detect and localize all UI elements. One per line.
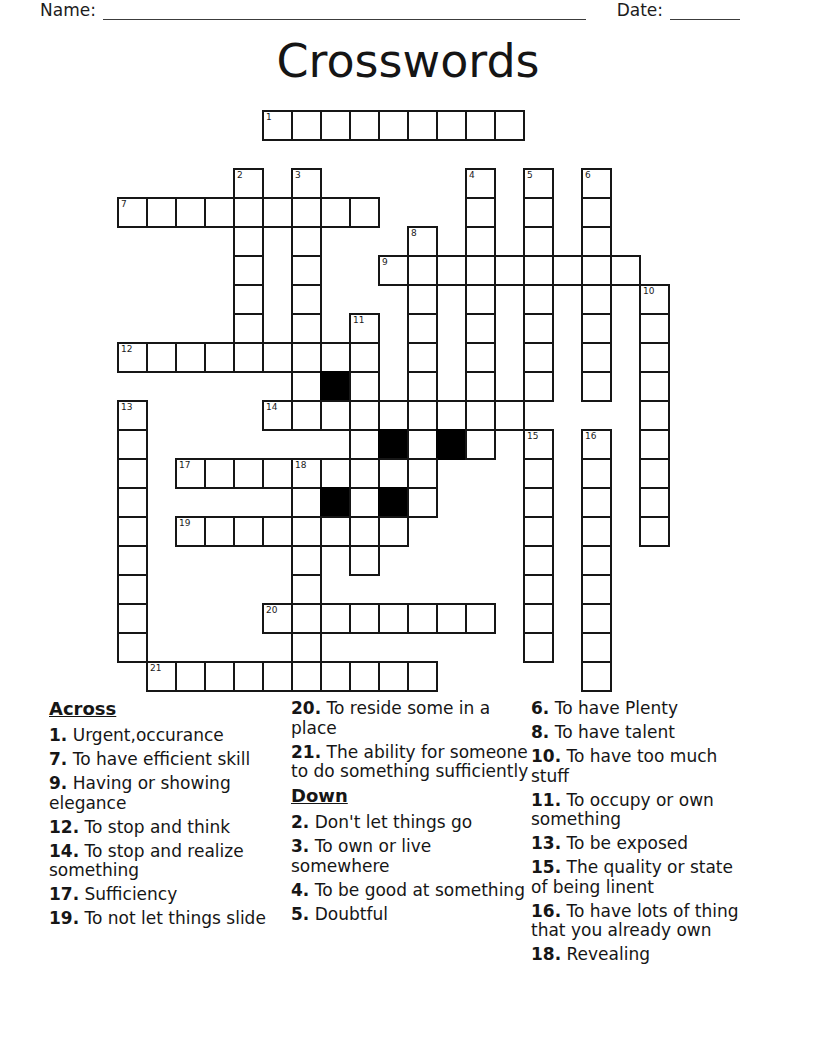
grid-cell[interactable] <box>117 458 148 489</box>
grid-cell[interactable]: 15 <box>523 429 554 460</box>
clue-item-text: Having or showing elegance <box>49 773 231 813</box>
clue-down-10: 10. To have too much stuff <box>531 747 753 786</box>
date-fill-line[interactable] <box>670 4 740 20</box>
grid-cell[interactable] <box>349 487 380 518</box>
clue-down-3: 3. To own or live somewhere <box>291 837 531 876</box>
clue-item-text: To own or live somewhere <box>291 836 431 876</box>
grid-cell[interactable] <box>291 545 322 576</box>
page-title: Crosswords <box>0 33 816 89</box>
clue-item-text: Urgent,occurance <box>67 725 224 745</box>
grid-cell[interactable] <box>523 516 554 547</box>
clue-number: 15 <box>527 431 538 442</box>
grid-cell[interactable] <box>465 400 496 431</box>
grid-cell[interactable] <box>349 603 380 634</box>
grid-cell[interactable] <box>639 516 670 547</box>
clue-item-number: 15. <box>531 857 561 877</box>
clue-item-text: To not let things slide <box>79 908 266 928</box>
black-cell <box>320 487 351 518</box>
grid-cell[interactable] <box>320 516 351 547</box>
grid-cell[interactable] <box>349 516 380 547</box>
clue-item-number: 21. <box>291 742 321 762</box>
grid-cell[interactable] <box>117 429 148 460</box>
grid-cell[interactable] <box>175 661 206 692</box>
name-label: Name: <box>40 1 96 20</box>
grid-cell[interactable] <box>639 429 670 460</box>
grid-cell[interactable] <box>639 371 670 402</box>
clue-number: 6 <box>585 170 591 181</box>
clue-down-11: 11. To occupy or own something <box>531 791 753 830</box>
clue-across-21: 21. The ability for someone to do someth… <box>291 743 531 782</box>
clue-item-text: To reside some in a place <box>291 698 490 738</box>
clue-column-middle: 20. To reside some in a place21. The abi… <box>291 699 531 929</box>
grid-cell[interactable] <box>320 603 351 634</box>
clue-across-17: 17. Sufficiency <box>49 885 287 905</box>
grid-cell[interactable] <box>407 400 438 431</box>
grid-cell[interactable] <box>581 516 612 547</box>
grid-cell[interactable] <box>639 458 670 489</box>
clue-number: 20 <box>266 605 277 616</box>
clue-item-number: 5. <box>291 904 309 924</box>
grid-cell[interactable] <box>465 371 496 402</box>
crossword-worksheet: { "game": "crossword", "header": { "name… <box>0 0 816 1056</box>
clue-across-12: 12. To stop and think <box>49 818 287 838</box>
grid-cell[interactable] <box>465 429 496 460</box>
grid-cell[interactable]: 10 <box>639 284 670 315</box>
clue-item-number: 19. <box>49 908 79 928</box>
clue-number: 4 <box>469 170 475 181</box>
grid-cell[interactable] <box>233 313 264 344</box>
clue-item-text: Don't let things go <box>309 812 472 832</box>
grid-cell[interactable] <box>291 226 322 257</box>
grid-cell[interactable] <box>581 313 612 344</box>
grid-cell[interactable]: 17 <box>175 458 206 489</box>
grid-cell[interactable] <box>117 603 148 634</box>
grid-cell[interactable] <box>465 313 496 344</box>
black-cell <box>436 429 467 460</box>
grid-cell[interactable] <box>465 603 496 634</box>
grid-cell[interactable] <box>291 255 322 286</box>
grid-cell[interactable] <box>523 313 554 344</box>
grid-cell[interactable] <box>378 110 409 141</box>
grid-cell[interactable] <box>291 400 322 431</box>
grid-cell[interactable] <box>233 342 264 373</box>
grid-cell[interactable] <box>349 400 380 431</box>
grid-cell[interactable] <box>407 313 438 344</box>
grid-cell[interactable]: 5 <box>523 168 554 199</box>
grid-cell[interactable] <box>117 545 148 576</box>
grid-cell[interactable] <box>233 255 264 286</box>
clue-item-number: 17. <box>49 884 79 904</box>
clue-item-number: 14. <box>49 841 79 861</box>
clue-item-text: To be exposed <box>561 833 688 853</box>
clue-item-number: 20. <box>291 698 321 718</box>
clue-number: 16 <box>585 431 596 442</box>
clue-number: 12 <box>121 344 132 355</box>
grid-cell[interactable] <box>407 458 438 489</box>
clue-down-16: 16. To have lots of thing that you alrea… <box>531 902 753 941</box>
clue-item-number: 1. <box>49 725 67 745</box>
clue-number: 10 <box>643 286 654 297</box>
clue-column-across: Across 1. Urgent,occurance7. To have eff… <box>49 699 287 933</box>
grid-cell[interactable] <box>523 545 554 576</box>
grid-cell[interactable] <box>523 632 554 663</box>
grid-cell[interactable] <box>407 110 438 141</box>
grid-cell[interactable] <box>552 255 583 286</box>
clue-item-number: 18. <box>531 944 561 964</box>
grid-cell[interactable] <box>320 197 351 228</box>
grid-cell[interactable] <box>407 284 438 315</box>
grid-cell[interactable] <box>436 110 467 141</box>
grid-cell[interactable] <box>349 429 380 460</box>
grid-cell[interactable]: 9 <box>378 255 409 286</box>
down-heading: Down <box>291 786 531 806</box>
grid-cell[interactable] <box>320 400 351 431</box>
clue-down-2: 2. Don't let things go <box>291 813 531 833</box>
grid-cell[interactable] <box>291 516 322 547</box>
grid-cell[interactable] <box>523 603 554 634</box>
grid-cell[interactable] <box>204 197 235 228</box>
grid-cell[interactable] <box>523 197 554 228</box>
grid-cell[interactable] <box>465 226 496 257</box>
clue-item-number: 13. <box>531 833 561 853</box>
grid-cell[interactable] <box>204 661 235 692</box>
grid-cell[interactable] <box>291 313 322 344</box>
grid-cell[interactable]: 19 <box>175 516 206 547</box>
grid-cell[interactable] <box>436 400 467 431</box>
grid-cell[interactable] <box>349 545 380 576</box>
grid-cell[interactable] <box>117 632 148 663</box>
grid-cell[interactable] <box>349 371 380 402</box>
grid-cell[interactable] <box>291 632 322 663</box>
grid-cell[interactable] <box>233 197 264 228</box>
grid-cell[interactable] <box>523 226 554 257</box>
grid-cell[interactable]: 13 <box>117 400 148 431</box>
grid-cell[interactable] <box>233 284 264 315</box>
clue-item-text: To have lots of thing that you already o… <box>531 901 739 941</box>
clue-number: 8 <box>411 228 417 239</box>
grid-cell[interactable] <box>349 661 380 692</box>
clue-number: 18 <box>295 460 306 471</box>
grid-cell[interactable] <box>204 342 235 373</box>
grid-cell[interactable] <box>581 255 612 286</box>
grid-cell[interactable] <box>320 110 351 141</box>
clue-item-number: 7. <box>49 749 67 769</box>
grid-cell[interactable] <box>581 197 612 228</box>
grid-cell[interactable] <box>204 458 235 489</box>
grid-cell[interactable]: 7 <box>117 197 148 228</box>
clue-item-text: To stop and realize something <box>49 841 244 881</box>
grid-cell[interactable] <box>581 574 612 605</box>
clue-across-20: 20. To reside some in a place <box>291 699 531 738</box>
clue-item-text: To be good at something <box>309 880 525 900</box>
date-label: Date: <box>617 1 663 20</box>
clue-number: 5 <box>527 170 533 181</box>
clue-number: 21 <box>150 663 161 674</box>
clue-number: 1 <box>266 112 272 123</box>
clue-item-text: To stop and think <box>79 817 230 837</box>
grid-cell[interactable]: 21 <box>146 661 177 692</box>
clue-number: 13 <box>121 402 132 413</box>
grid-cell[interactable] <box>262 458 293 489</box>
grid-cell[interactable] <box>581 545 612 576</box>
across-heading: Across <box>49 699 287 719</box>
grid-cell[interactable] <box>146 342 177 373</box>
grid-cell[interactable] <box>117 574 148 605</box>
grid-cell[interactable] <box>465 110 496 141</box>
grid-cell[interactable]: 12 <box>117 342 148 373</box>
grid-cell[interactable]: 4 <box>465 168 496 199</box>
grid-cell[interactable] <box>610 255 641 286</box>
grid-cell[interactable] <box>523 255 554 286</box>
clue-item-number: 11. <box>531 790 561 810</box>
clue-item-number: 16. <box>531 901 561 921</box>
grid-cell[interactable] <box>262 197 293 228</box>
clue-item-number: 9. <box>49 773 67 793</box>
grid-cell[interactable] <box>494 110 525 141</box>
grid-cell[interactable] <box>581 487 612 518</box>
grid-cell[interactable] <box>175 197 206 228</box>
clue-item-text: The ability for someone to do something … <box>291 742 528 782</box>
clue-down-13: 13. To be exposed <box>531 834 753 854</box>
grid-cell[interactable]: 2 <box>233 168 264 199</box>
grid-cell[interactable] <box>378 661 409 692</box>
grid-cell[interactable]: 3 <box>291 168 322 199</box>
clue-item-text: Doubtful <box>309 904 388 924</box>
grid-cell[interactable] <box>465 284 496 315</box>
grid-cell[interactable] <box>378 603 409 634</box>
clue-down-4: 4. To be good at something <box>291 881 531 901</box>
grid-cell[interactable]: 14 <box>262 400 293 431</box>
clue-item-text: To have efficient skill <box>67 749 250 769</box>
grid-cell[interactable] <box>204 516 235 547</box>
grid-cell[interactable] <box>233 226 264 257</box>
grid-cell[interactable] <box>320 342 351 373</box>
grid-cell[interactable] <box>581 371 612 402</box>
grid-cell[interactable] <box>407 603 438 634</box>
clue-across-14: 14. To stop and realize something <box>49 842 287 881</box>
grid-cell[interactable] <box>523 284 554 315</box>
grid-cell[interactable] <box>146 197 177 228</box>
grid-cell[interactable] <box>233 516 264 547</box>
grid-cell[interactable] <box>523 574 554 605</box>
grid-cell[interactable] <box>639 313 670 344</box>
clue-item-text: The quality or state of being linent <box>531 857 733 897</box>
grid-cell[interactable] <box>378 400 409 431</box>
grid-cell[interactable]: 8 <box>407 226 438 257</box>
clue-across-1: 1. Urgent,occurance <box>49 726 287 746</box>
clue-number: 2 <box>237 170 243 181</box>
clue-item-number: 8. <box>531 722 549 742</box>
black-cell <box>320 371 351 402</box>
grid-cell[interactable]: 18 <box>291 458 322 489</box>
black-cell <box>378 487 409 518</box>
grid-cell[interactable] <box>291 371 322 402</box>
grid-cell[interactable] <box>262 661 293 692</box>
clue-across-9: 9. Having or showing elegance <box>49 774 287 813</box>
clue-number: 9 <box>382 257 388 268</box>
grid-cell[interactable] <box>291 574 322 605</box>
name-fill-line[interactable] <box>103 4 586 20</box>
clue-down-8: 8. To have talent <box>531 723 753 743</box>
grid-cell[interactable] <box>349 110 380 141</box>
grid-cell[interactable]: 6 <box>581 168 612 199</box>
clue-down-6: 6. To have Plenty <box>531 699 753 719</box>
clue-number: 14 <box>266 402 277 413</box>
grid-cell[interactable] <box>494 400 525 431</box>
grid-cell[interactable] <box>175 342 206 373</box>
grid-cell[interactable] <box>523 342 554 373</box>
grid-cell[interactable] <box>581 226 612 257</box>
clue-item-number: 2. <box>291 812 309 832</box>
clue-across-19: 19. To not let things slide <box>49 909 287 929</box>
black-cell <box>378 429 409 460</box>
grid-cell[interactable]: 20 <box>262 603 293 634</box>
grid-cell[interactable] <box>320 661 351 692</box>
clue-across-7: 7. To have efficient skill <box>49 750 287 770</box>
grid-cell[interactable] <box>291 487 322 518</box>
clue-down-18: 18. Revealing <box>531 945 753 965</box>
clue-item-text: Revealing <box>561 944 650 964</box>
grid-cell[interactable] <box>523 458 554 489</box>
clue-item-text: Sufficiency <box>79 884 177 904</box>
grid-cell[interactable] <box>117 516 148 547</box>
grid-cell[interactable] <box>349 342 380 373</box>
grid-cell[interactable] <box>407 487 438 518</box>
clue-down-5: 5. Doubtful <box>291 905 531 925</box>
grid-cell[interactable] <box>291 342 322 373</box>
grid-cell[interactable] <box>262 342 293 373</box>
clue-number: 17 <box>179 460 190 471</box>
clue-number: 7 <box>121 199 127 210</box>
clue-item-number: 4. <box>291 880 309 900</box>
clue-item-number: 12. <box>49 817 79 837</box>
grid-cell[interactable] <box>117 487 148 518</box>
grid-cell[interactable] <box>291 603 322 634</box>
grid-cell[interactable] <box>581 342 612 373</box>
clue-item-text: To have talent <box>549 722 675 742</box>
clue-number: 3 <box>295 170 301 181</box>
grid-cell[interactable] <box>465 342 496 373</box>
clue-column-down: 6. To have Plenty8. To have talent10. To… <box>531 699 753 969</box>
grid-cell[interactable] <box>436 255 467 286</box>
grid-cell[interactable] <box>407 429 438 460</box>
grid-cell[interactable] <box>523 371 554 402</box>
clue-item-number: 10. <box>531 746 561 766</box>
grid-cell[interactable] <box>233 458 264 489</box>
clue-number: 11 <box>353 315 364 326</box>
grid-cell[interactable] <box>581 284 612 315</box>
grid-cell[interactable] <box>639 487 670 518</box>
grid-cell[interactable] <box>291 197 322 228</box>
grid-cell[interactable]: 1 <box>262 110 293 141</box>
clue-item-number: 3. <box>291 836 309 856</box>
grid-cell[interactable] <box>407 371 438 402</box>
clue-item-number: 6. <box>531 698 549 718</box>
grid-cell[interactable] <box>291 661 322 692</box>
grid-cell[interactable] <box>378 458 409 489</box>
grid-cell[interactable] <box>407 342 438 373</box>
grid-cell[interactable] <box>407 255 438 286</box>
grid-cell[interactable] <box>436 603 467 634</box>
grid-cell[interactable] <box>494 255 525 286</box>
worksheet-header: Name: Date: <box>40 1 740 20</box>
grid-cell[interactable] <box>291 284 322 315</box>
grid-cell[interactable] <box>465 197 496 228</box>
grid-cell[interactable] <box>581 661 612 692</box>
grid-cell[interactable] <box>349 458 380 489</box>
grid-cell[interactable] <box>233 661 264 692</box>
grid-cell[interactable] <box>262 516 293 547</box>
grid-cell[interactable] <box>407 661 438 692</box>
grid-cell[interactable] <box>639 342 670 373</box>
grid-cell[interactable] <box>639 400 670 431</box>
grid-cell[interactable] <box>581 603 612 634</box>
crossword-grid: 123456789101112131415161718192021 <box>117 110 670 692</box>
grid-cell[interactable]: 16 <box>581 429 612 460</box>
grid-cell[interactable] <box>581 632 612 663</box>
grid-cell[interactable] <box>465 255 496 286</box>
clue-item-text: To have Plenty <box>549 698 678 718</box>
clue-number: 19 <box>179 518 190 529</box>
grid-cell[interactable]: 11 <box>349 313 380 344</box>
grid-cell[interactable] <box>378 516 409 547</box>
grid-cell[interactable] <box>581 458 612 489</box>
grid-cell[interactable] <box>291 110 322 141</box>
clue-down-15: 15. The quality or state of being linent <box>531 858 753 897</box>
grid-cell[interactable] <box>523 487 554 518</box>
grid-cell[interactable] <box>320 458 351 489</box>
grid-cell[interactable] <box>349 197 380 228</box>
